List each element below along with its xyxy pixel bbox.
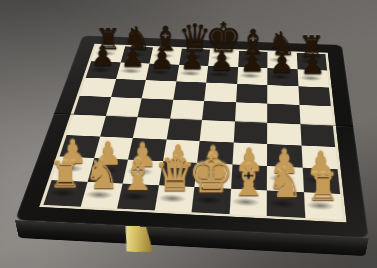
square-g5[interactable] (267, 103, 300, 124)
square-c8[interactable] (150, 47, 182, 64)
square-d6[interactable] (173, 81, 206, 100)
square-e7[interactable] (206, 66, 237, 84)
square-g7[interactable] (267, 68, 298, 86)
square-b6[interactable] (111, 79, 146, 98)
square-e5[interactable] (202, 101, 236, 122)
square-b8[interactable] (120, 46, 153, 63)
square-d7[interactable] (176, 64, 208, 82)
piece-white-rook-h1[interactable]: ♜ (295, 168, 350, 206)
square-h8[interactable] (296, 53, 327, 70)
square-h6[interactable] (298, 86, 331, 106)
square-c6[interactable] (142, 80, 176, 99)
square-f5[interactable] (234, 102, 267, 123)
board-front-edge (15, 220, 369, 256)
square-e6[interactable] (204, 83, 237, 102)
square-c7[interactable] (146, 63, 179, 81)
square-d8[interactable] (179, 49, 210, 66)
photo-scene: ♜♞♝♛♚♝♞♜♟♟♟♟♟♟♟♟♟♟♟♟♟♟♟♟♜♞♝♛♚♝♞♜ (0, 0, 377, 268)
square-f8[interactable] (238, 51, 268, 68)
square-h5[interactable] (299, 105, 333, 126)
brass-latch-icon[interactable] (122, 225, 154, 252)
square-f7[interactable] (237, 67, 268, 85)
square-f6[interactable] (236, 84, 268, 103)
square-g8[interactable] (267, 52, 297, 69)
square-h7[interactable] (297, 69, 329, 87)
square-c5[interactable] (137, 98, 172, 119)
square-g6[interactable] (267, 85, 299, 105)
square-b7[interactable] (116, 62, 150, 80)
chess-board: ♜♞♝♛♚♝♞♜♟♟♟♟♟♟♟♟♟♟♟♟♟♟♟♟♜♞♝♛♚♝♞♜ (15, 35, 369, 238)
square-e8[interactable] (208, 50, 238, 67)
square-b5[interactable] (105, 97, 141, 117)
square-d5[interactable] (170, 99, 205, 120)
square-a8[interactable] (91, 45, 124, 62)
